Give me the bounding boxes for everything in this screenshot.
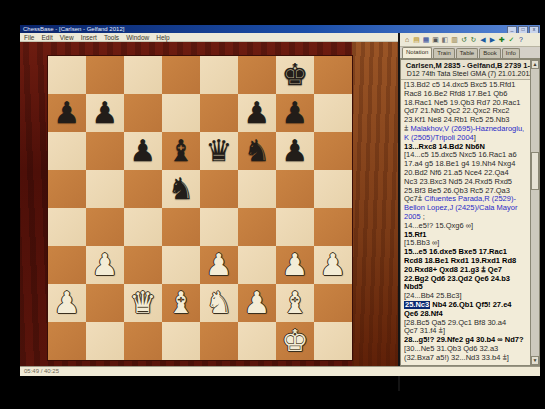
square-h4[interactable] (314, 208, 352, 246)
move-text[interactable]: Nb4 26.Qb1 Qf5! 27.e4 (430, 301, 511, 309)
notation-line-8[interactable]: 13...Rxc8 14.Bd2 Nb6N (404, 143, 530, 152)
save-icon[interactable]: ▦ (422, 35, 430, 44)
white-pawn-piece: ♟ (320, 246, 347, 284)
reference-game-text[interactable]: Malakhov,V (2695)-Haznedaroglu, (410, 125, 524, 133)
move-text[interactable]: 20.Bd2 Nf6 21.a5 Nce4 22.Qa4 (404, 169, 509, 177)
black-knight-piece: ♞ (244, 132, 271, 170)
black-pawn-piece: ♟ (130, 132, 157, 170)
move-text[interactable]: Qe6 28.Nf4 (404, 310, 443, 318)
notation-line-3[interactable]: 18.Rac1 Ne5 19.Qb3 Rd7 20.Rac1 (404, 99, 530, 108)
square-a4[interactable] (48, 208, 86, 246)
notation-line-32[interactable]: (32.Bxa7 a5!) 32...Nd3 33.b4 ⩲] (404, 354, 530, 363)
move-text[interactable]: ; (421, 213, 425, 221)
clipboard-icon[interactable]: ▥ (451, 35, 459, 44)
move-text[interactable]: [28.Bc5 Qa5 29.Qc1 Bf8 30.a4 (404, 319, 506, 327)
print-icon[interactable]: ▣ (432, 35, 440, 44)
move-text[interactable]: 15...e5 16.dxe5 Bxe5 17.Rac1 (404, 248, 507, 256)
black-pawn-piece: ♟ (54, 94, 81, 132)
move-text[interactable]: 23.Kf1 Ne8 24.Rb1 Rc5 25.Nb3 (404, 116, 509, 124)
white-queen-piece: ♛ (130, 284, 157, 322)
black-pawn-piece: ♟ (282, 132, 309, 170)
white-pawn-piece: ♟ (206, 246, 233, 284)
square-b4[interactable] (86, 208, 124, 246)
black-king-piece: ♚ (282, 56, 309, 94)
menu-item-insert[interactable]: Insert (81, 34, 97, 41)
square-a8[interactable] (48, 56, 86, 94)
next-move-icon[interactable]: ▶ (489, 35, 497, 44)
move-text[interactable]: [13.Bd2 c5 14.dxc5 Bxc5 15.Rfd1 (404, 81, 515, 89)
undo-icon[interactable]: ↺ (460, 35, 468, 44)
notation-line-31[interactable]: [30...Ne5 31.Qb3 Qd6 32.a3 (404, 345, 530, 354)
square-c3[interactable] (124, 246, 162, 284)
square-g5[interactable] (276, 170, 314, 208)
move-text[interactable]: 13...Rxc8 14.Bd2 Nb6N (404, 143, 485, 151)
square-h5[interactable] (314, 170, 352, 208)
move-text[interactable]: [30...Ne5 31.Qb3 Qd6 32.a3 (404, 345, 498, 353)
square-f8[interactable] (238, 56, 276, 94)
menu-bar: FileEditViewInsertToolsWindowHelp (20, 33, 398, 42)
square-h6[interactable] (314, 132, 352, 170)
square-a2[interactable]: ♟ (48, 284, 86, 322)
panel-toolbar: ⌂▤▦▣◧▥↺↻◀▶✚✓? (400, 33, 540, 47)
redo-icon[interactable]: ↻ (470, 35, 478, 44)
square-f6[interactable]: ♞ (238, 132, 276, 170)
notation-line-11[interactable]: 20.Bd2 Nf6 21.a5 Nce4 22.Qa4 (404, 169, 530, 178)
notation-line-30[interactable]: 28...g5!? 29.Nfe2 g4 30.b4 ∞ Nd7? (404, 336, 530, 345)
notation-line-12[interactable]: Nc3 23.Bxc3 Nd5 24.Rxd5 Rxd5 (404, 178, 530, 187)
square-h2[interactable] (314, 284, 352, 322)
menu-item-file[interactable]: File (24, 34, 34, 41)
notation-line-21[interactable]: Rcd8 18.Be1 Rxd1 19.Rxd1 Rd8 (404, 257, 530, 266)
square-b7[interactable]: ♟ (86, 94, 124, 132)
notation-line-23[interactable]: 22.Bg2 Qd6 23.Qd2 Qe6 24.b3 (404, 275, 530, 284)
square-f7[interactable]: ♟ (238, 94, 276, 132)
square-f2[interactable]: ♟ (238, 284, 276, 322)
square-g7[interactable]: ♟ (276, 94, 314, 132)
square-h1[interactable] (314, 322, 352, 360)
square-g2[interactable]: ♝ (276, 284, 314, 322)
scroll-up-arrow-icon[interactable]: ▲ (531, 60, 539, 69)
notation-line-26[interactable]: 25.Nc3 Nb4 26.Qb1 Qf5! 27.e4 (404, 301, 530, 310)
black-bishop-piece: ♝ (168, 132, 195, 170)
move-text[interactable]: 14...e5!? 15.Qxg6 ∞] (404, 222, 473, 230)
chessbase-window: ChessBase - [Carlsen - Gelfand 2012] _□x… (20, 25, 540, 376)
reference-game-text[interactable]: Cifuentes Parada,R (2529)- (424, 195, 516, 203)
square-e8[interactable] (200, 56, 238, 94)
square-g4[interactable] (276, 208, 314, 246)
move-text[interactable]: 25.Bf3 Be5 26.Qb3 Rc5 27.Qa3 (404, 187, 510, 195)
white-pawn-piece: ♟ (244, 284, 271, 322)
square-h7[interactable] (314, 94, 352, 132)
menu-item-edit[interactable]: Edit (41, 34, 52, 41)
tab-info[interactable]: Info (502, 48, 520, 58)
game-players: Carlsen,M 2835 - Gelfand,B 2739 1-0 (403, 61, 537, 70)
black-pawn-piece: ♟ (92, 94, 119, 132)
square-d5[interactable]: ♞ (162, 170, 200, 208)
square-a5[interactable] (48, 170, 86, 208)
board-frame-wood (352, 42, 398, 366)
square-e6[interactable]: ♛ (200, 132, 238, 170)
add-icon[interactable]: ✚ (498, 35, 506, 44)
square-g6[interactable]: ♟ (276, 132, 314, 170)
notation-line-20[interactable]: 15...e5 16.dxe5 Bxe5 17.Rac1 (404, 248, 530, 257)
square-b6[interactable] (86, 132, 124, 170)
white-bishop-piece: ♝ (282, 284, 309, 322)
square-f4[interactable] (238, 208, 276, 246)
move-text[interactable]: 28...g5!? 29.Nfe2 g4 30.b4 ∞ Nd7? (404, 336, 524, 344)
notation-line-19[interactable]: [15.Bb3 ∞] (404, 239, 530, 248)
notation-line-17[interactable]: 14...e5!? 15.Qxg6 ∞] (404, 222, 530, 231)
open-folder-icon[interactable]: ▤ (413, 35, 421, 44)
black-pawn-piece: ♟ (244, 94, 271, 132)
game-event: D12 74th Tata Steel GMA (7) 21.01.2012 (403, 70, 537, 78)
copy-icon[interactable]: ◧ (441, 35, 449, 44)
tab-book[interactable]: Book (479, 48, 501, 58)
move-text[interactable]: 17.a4 g5 18.Be1 g4 19.Nh4 Nxg4 (404, 160, 515, 168)
square-e7[interactable] (200, 94, 238, 132)
move-text[interactable]: Qc7⩲ (404, 195, 424, 203)
notation-line-25[interactable]: [24...Bb4 25.Bc3] (404, 292, 530, 301)
move-text[interactable]: (32.Bxa7 a5!) 32...Nd3 33.b4 ⩲] (404, 354, 509, 362)
close-button[interactable]: x (529, 26, 539, 33)
selected-move[interactable]: 25.Nc3 (404, 301, 430, 309)
move-list[interactable]: [13.Bd2 c5 14.dxc5 Bxc5 15.Rfd1Rac8 16.B… (401, 80, 532, 363)
notation-line-10[interactable]: 17.a4 g5 18.Be1 g4 19.Nh4 Nxg4 (404, 160, 530, 169)
move-text[interactable]: Qd7 21.Nb5 Qc2 22.Qxc2 Rxc2 (404, 107, 509, 115)
reference-game-text[interactable]: 2005 (404, 213, 421, 221)
maximize-button[interactable]: □ (518, 26, 528, 33)
square-d6[interactable]: ♝ (162, 132, 200, 170)
move-text[interactable]: Rac8 16.Be2 Rfd8 17.Be1 Qb6 (404, 90, 507, 98)
square-f3[interactable] (238, 246, 276, 284)
square-b8[interactable] (86, 56, 124, 94)
square-a3[interactable] (48, 246, 86, 284)
square-a7[interactable]: ♟ (48, 94, 86, 132)
square-c5[interactable] (124, 170, 162, 208)
square-g3[interactable]: ♟ (276, 246, 314, 284)
window-titlebar[interactable]: ChessBase - [Carlsen - Gelfand 2012] _□x (20, 25, 540, 33)
square-c6[interactable]: ♟ (124, 132, 162, 170)
square-d2[interactable]: ♝ (162, 284, 200, 322)
square-d1[interactable] (162, 322, 200, 360)
square-f5[interactable] (238, 170, 276, 208)
notation-line-29[interactable]: Qc7 31.f4 ⩲] (404, 327, 530, 336)
notation-line-14[interactable]: Qc7⩲ Cifuentes Parada,R (2529)- (404, 195, 530, 204)
square-b5[interactable] (86, 170, 124, 208)
move-text[interactable]: ] (474, 134, 476, 142)
square-d4[interactable] (162, 208, 200, 246)
tab-table[interactable]: Table (456, 48, 478, 58)
notation-area[interactable]: Carlsen,M 2835 - Gelfand,B 2739 1-0 D12 … (400, 59, 540, 366)
square-e4[interactable] (200, 208, 238, 246)
white-king-piece: ♚ (282, 322, 309, 360)
move-text[interactable]: [15.Bb3 ∞] (404, 239, 439, 247)
status-text: 05:49 / 40:25 (20, 367, 540, 376)
black-knight-piece: ♞ (168, 170, 195, 208)
move-text[interactable]: 15.Rf1 (404, 231, 427, 239)
menu-item-tools[interactable]: Tools (104, 34, 119, 41)
notation-line-18[interactable]: 15.Rf1 (404, 231, 530, 240)
notation-line-7[interactable]: K (2505)/Tripoli 2004] (404, 134, 530, 143)
black-pawn-piece: ♟ (282, 94, 309, 132)
move-text[interactable]: [14...c5 15.dxc5 Nxc5 16.Rac1 a6 (404, 151, 517, 159)
notation-scrollbar[interactable]: ▲ ▼ (530, 60, 539, 365)
reference-game-text[interactable]: K (2505)/Tripoli 2004 (404, 134, 474, 142)
square-d3[interactable] (162, 246, 200, 284)
notation-line-2[interactable]: Rac8 16.Be2 Rfd8 17.Be1 Qb6 (404, 90, 530, 99)
white-bishop-piece: ♝ (168, 284, 195, 322)
chess-board[interactable]: ♚♟♟♟♟♟♝♛♞♟♞♟♟♟♟♟♛♝♞♟♝♚ (48, 56, 352, 360)
square-g8[interactable]: ♚ (276, 56, 314, 94)
square-e3[interactable]: ♟ (200, 246, 238, 284)
game-header: Carlsen,M 2835 - Gelfand,B 2739 1-0 D12 … (401, 60, 539, 80)
notation-line-5[interactable]: 23.Kf1 Ne8 24.Rb1 Rc5 25.Nb3 (404, 116, 530, 125)
square-a6[interactable] (48, 132, 86, 170)
check-icon[interactable]: ✓ (508, 35, 516, 44)
square-d8[interactable] (162, 56, 200, 94)
white-pawn-piece: ♟ (282, 246, 309, 284)
black-queen-piece: ♛ (206, 132, 233, 170)
square-e2[interactable]: ♞ (200, 284, 238, 322)
square-g1[interactable]: ♚ (276, 322, 314, 360)
notation-line-24[interactable]: Nbd5 (404, 283, 530, 292)
scrollbar-thumb[interactable] (531, 152, 539, 190)
white-knight-piece: ♞ (206, 284, 233, 322)
help-icon[interactable]: ? (517, 35, 525, 44)
minimize-button[interactable]: _ (507, 26, 517, 33)
notation-line-28[interactable]: [28.Bc5 Qa5 29.Qc1 Bf8 30.a4 (404, 319, 530, 328)
tab-notation[interactable]: Notation (402, 47, 432, 58)
home-icon[interactable]: ⌂ (403, 35, 411, 44)
square-a1[interactable] (48, 322, 86, 360)
notation-line-15[interactable]: Bellon Lopez,J (2425)/Cala Mayor (404, 204, 530, 213)
video-frame: { "game": "chess", "position": "6k1/pp3p… (0, 0, 545, 409)
move-text[interactable]: Qc7 31.f4 ⩲] (404, 327, 445, 335)
square-h3[interactable]: ♟ (314, 246, 352, 284)
reference-game-text[interactable]: Bellon Lopez,J (2425)/Cala Mayor (404, 204, 517, 212)
move-text[interactable]: 18.Rac1 Ne5 19.Qb3 Rd7 20.Rac1 (404, 99, 520, 107)
notation-line-1[interactable]: [13.Bd2 c5 14.dxc5 Bxc5 15.Rfd1 (404, 81, 530, 90)
menu-item-window[interactable]: Window (126, 34, 149, 41)
square-c8[interactable] (124, 56, 162, 94)
notation-line-6[interactable]: ⩲ Malakhov,V (2695)-Haznedaroglu, (404, 125, 530, 134)
tab-train[interactable]: Train (433, 48, 454, 58)
square-b3[interactable]: ♟ (86, 246, 124, 284)
notation-line-13[interactable]: 25.Bf3 Be5 26.Qb3 Rc5 27.Qa3 (404, 187, 530, 196)
notation-line-22[interactable]: 20.Rxd8+ Qxd8 21.g3 ⩲ Qe7 (404, 266, 530, 275)
move-text[interactable]: Nc3 23.Bxc3 Nd5 24.Rxd5 Rxd5 (404, 178, 512, 186)
notation-line-9[interactable]: [14...c5 15.dxc5 Nxc5 16.Rac1 a6 (404, 151, 530, 160)
square-b1[interactable] (86, 322, 124, 360)
square-c7[interactable] (124, 94, 162, 132)
panel-tabs: NotationTrainTableBookInfo (400, 47, 540, 59)
square-h8[interactable] (314, 56, 352, 94)
square-e5[interactable] (200, 170, 238, 208)
move-text[interactable]: Nbd5 (404, 283, 423, 291)
scroll-down-arrow-icon[interactable]: ▼ (531, 356, 539, 365)
prev-move-icon[interactable]: ◀ (479, 35, 487, 44)
square-c4[interactable] (124, 208, 162, 246)
square-d7[interactable] (162, 94, 200, 132)
menu-item-view[interactable]: View (60, 34, 74, 41)
square-c2[interactable]: ♛ (124, 284, 162, 322)
move-text[interactable]: Rcd8 18.Be1 Rxd1 19.Rxd1 Rd8 (404, 257, 516, 265)
move-text[interactable]: 20.Rxd8+ Qxd8 21.g3 ⩲ Qe7 (404, 266, 502, 274)
square-c1[interactable] (124, 322, 162, 360)
notation-line-16[interactable]: 2005 ; (404, 213, 530, 222)
square-e1[interactable] (200, 322, 238, 360)
menu-item-help[interactable]: Help (156, 34, 169, 41)
square-f1[interactable] (238, 322, 276, 360)
window-title: ChessBase - [Carlsen - Gelfand 2012] (23, 26, 124, 32)
move-text[interactable]: 22.Bg2 Qd6 23.Qd2 Qe6 24.b3 (404, 275, 510, 283)
notation-line-27[interactable]: Qe6 28.Nf4 (404, 310, 530, 319)
notation-line-4[interactable]: Qd7 21.Nb5 Qc2 22.Qxc2 Rxc2 (404, 107, 530, 116)
window-buttons: _□x (507, 26, 539, 33)
move-text[interactable]: [24...Bb4 25.Bc3] (404, 292, 462, 300)
white-pawn-piece: ♟ (92, 246, 119, 284)
square-b2[interactable] (86, 284, 124, 322)
status-bar: 05:49 / 40:25 (20, 366, 540, 376)
white-pawn-piece: ♟ (54, 284, 81, 322)
board-pane: ♚♟♟♟♟♟♝♛♞♟♞♟♟♟♟♟♛♝♞♟♝♚ (20, 42, 398, 366)
notation-panel: ⌂▤▦▣◧▥↺↻◀▶✚✓? NotationTrainTableBookInfo… (400, 33, 540, 366)
